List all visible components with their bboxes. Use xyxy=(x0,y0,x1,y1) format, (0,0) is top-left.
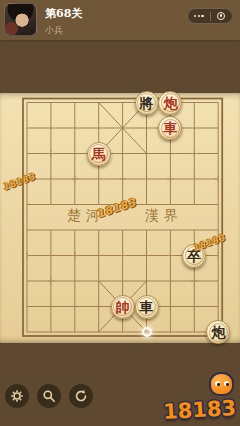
more-options-button[interactable] xyxy=(188,9,210,23)
home-circle-icon xyxy=(217,12,225,20)
exit-button[interactable] xyxy=(211,9,233,23)
piece-black-將[interactable]: 將 xyxy=(135,91,159,115)
piece-glyph: 車 xyxy=(163,121,177,135)
top-bar: 第68关 小兵 xyxy=(0,0,240,40)
more-dots-icon xyxy=(194,15,204,17)
piece-glyph: 馬 xyxy=(92,146,106,160)
hint-button[interactable] xyxy=(36,383,62,409)
settings-button[interactable] xyxy=(4,383,30,409)
last-move-marker xyxy=(142,327,152,337)
piece-glyph: 炮 xyxy=(211,325,225,339)
piece-glyph: 車 xyxy=(140,299,154,313)
player-rank: 小兵 xyxy=(45,24,82,37)
piece-glyph: 帥 xyxy=(116,299,130,313)
piece-red-馬[interactable]: 馬 xyxy=(87,142,111,166)
app-screen: 楚河 漢界 將炮車馬卒帥車炮 18183 18183 18183 第68关 小兵 xyxy=(0,0,240,426)
restart-arrow-icon xyxy=(74,389,88,403)
mascot-character xyxy=(209,372,234,396)
level-title: 第68关 xyxy=(45,6,82,21)
piece-black-炮[interactable]: 炮 xyxy=(206,320,230,344)
piece-glyph: 將 xyxy=(140,95,154,109)
piece-glyph: 炮 xyxy=(163,95,177,109)
piece-red-炮[interactable]: 炮 xyxy=(158,91,182,115)
gear-icon xyxy=(10,389,24,403)
player-avatar xyxy=(4,3,37,36)
piece-red-帥[interactable]: 帥 xyxy=(111,295,135,319)
magnifier-icon xyxy=(42,389,56,403)
wechat-capsule xyxy=(187,8,233,24)
restart-button[interactable] xyxy=(68,383,94,409)
piece-black-車[interactable]: 車 xyxy=(135,295,159,319)
site-logo: 18183 xyxy=(162,396,236,424)
river-label-right: 漢界 xyxy=(134,207,194,225)
